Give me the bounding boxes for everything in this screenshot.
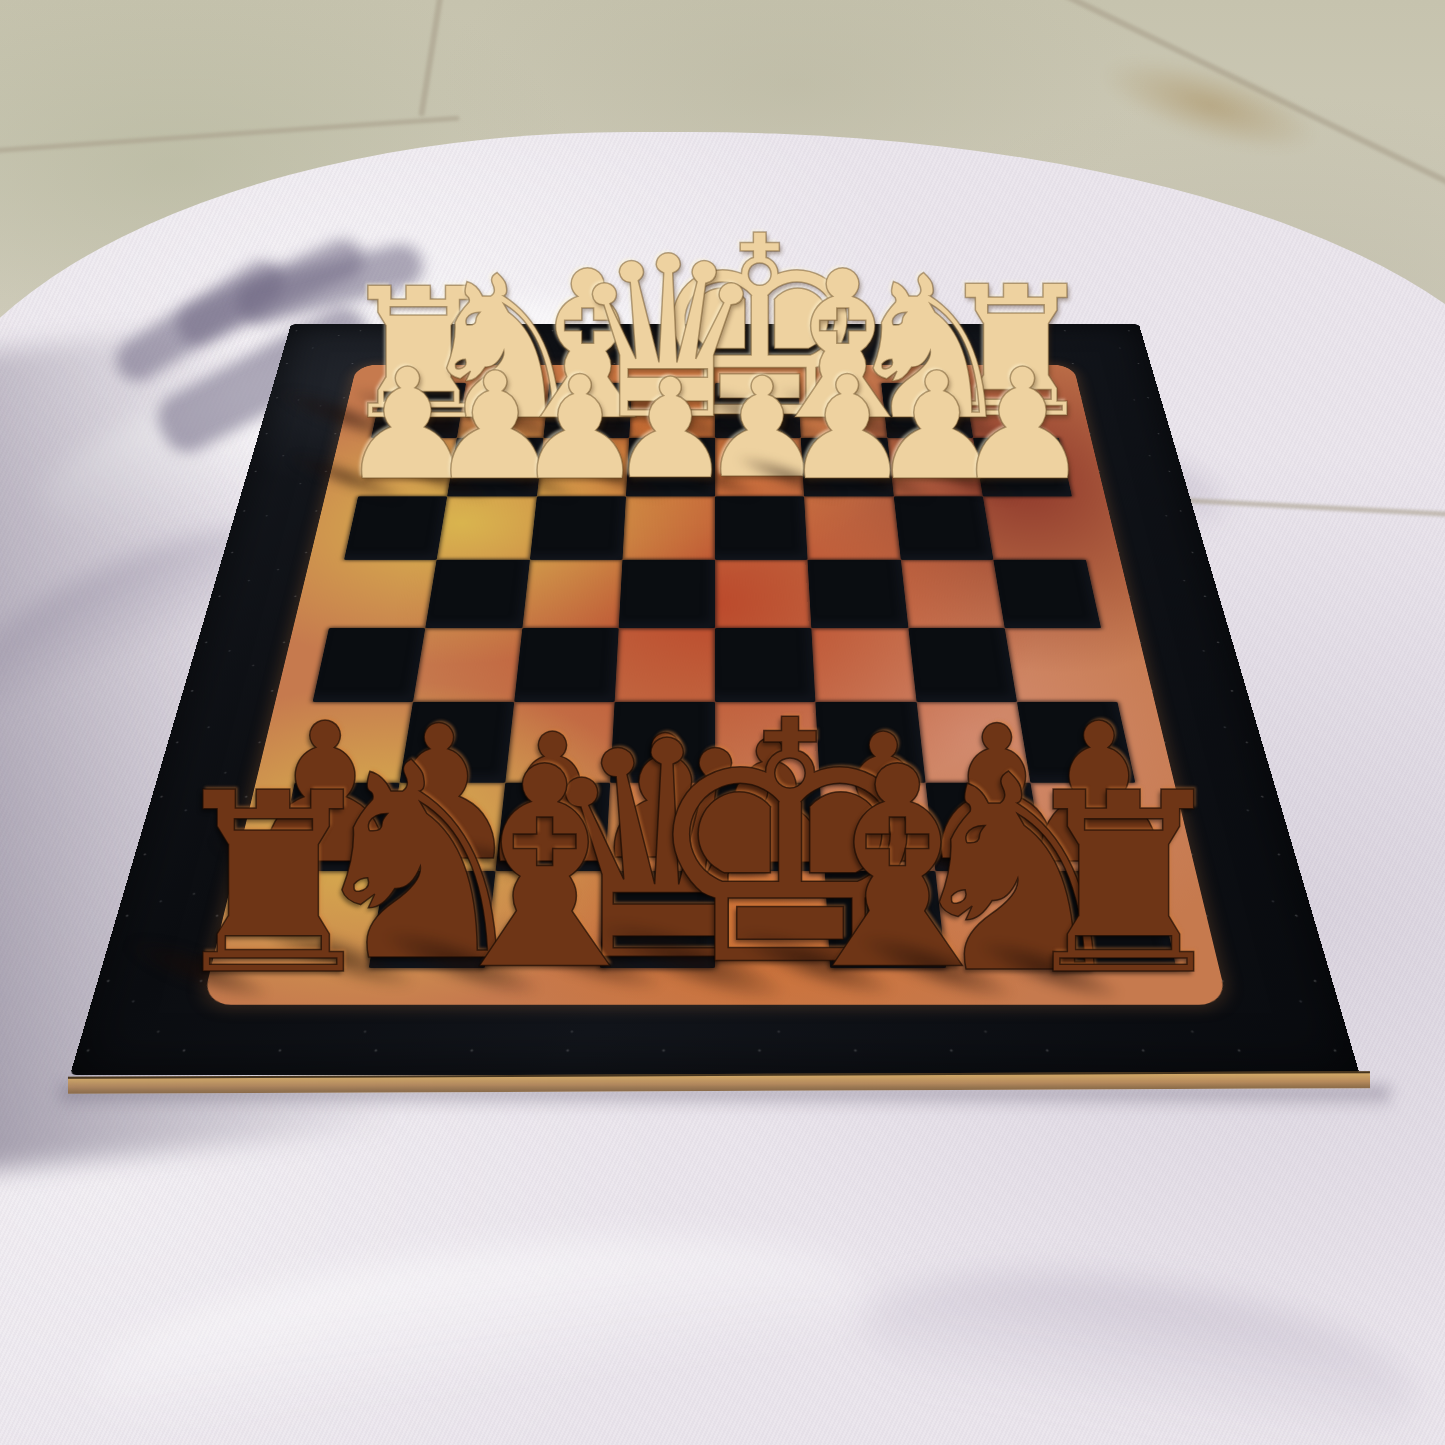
piece-dark-bishop[interactable]: ♝ (420, 730, 669, 1008)
square-r3c6[interactable] (900, 560, 1004, 628)
photo-scene: ♜♞♝♛♚♝♞♜♟♟♟♟♟♟♟♟♟♟♟♟♟♟♟♟♜♞♝♛♚♝♞♜ (0, 0, 1445, 1445)
square-r3c2[interactable] (522, 560, 622, 628)
square-r3c5[interactable] (808, 560, 908, 628)
piece-dark-rook[interactable]: ♜ (161, 761, 385, 1011)
piece-light-pawn[interactable]: ♟ (954, 348, 1091, 501)
square-r3c1[interactable] (425, 560, 529, 628)
square-r3c7[interactable] (993, 560, 1101, 628)
piece-dark-rook[interactable]: ♜ (1012, 761, 1236, 1011)
square-r3c3[interactable] (618, 560, 715, 628)
square-r3c0[interactable] (329, 560, 437, 628)
board-front-shadow (60, 1086, 1390, 1112)
piece-light-pawn[interactable]: ♟ (608, 361, 732, 499)
square-r3c4[interactable] (715, 560, 812, 628)
